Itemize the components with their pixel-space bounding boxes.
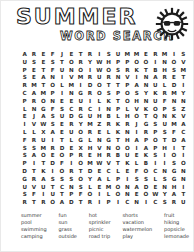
grid-cell: B: [113, 152, 122, 160]
grid-cell: U: [151, 98, 160, 106]
grid-cell: S: [104, 90, 113, 98]
grid-cell: F: [48, 67, 57, 75]
grid-cell: T: [113, 82, 122, 90]
grid-cell: P: [123, 59, 132, 67]
grid-cell: M: [179, 67, 188, 75]
grid-cell: T: [39, 160, 48, 168]
grid-cell: S: [76, 184, 85, 192]
grid-cell: N: [160, 113, 169, 121]
grid-cell: U: [151, 82, 160, 90]
word-column: hotsprinklerpicnicroad trip: [89, 212, 111, 240]
grid-cell: N: [123, 129, 132, 137]
grid-cell: V: [104, 160, 113, 168]
grid-cell: T: [39, 82, 48, 90]
grid-cell: I: [95, 199, 104, 207]
grid-cell: P: [113, 176, 122, 184]
grid-cell: I: [29, 160, 38, 168]
grid-cell: U: [123, 152, 132, 160]
grid-cell: A: [179, 137, 188, 145]
grid-cell: H: [132, 98, 141, 106]
grid-cell: I: [48, 168, 57, 176]
grid-cell: S: [160, 199, 169, 207]
grid-cell: B: [104, 113, 113, 121]
grid-cell: U: [57, 113, 66, 121]
grid-cell: T: [29, 168, 38, 176]
grid-cell: H: [123, 113, 132, 121]
grid-cell: D: [57, 145, 66, 153]
grid-cell: D: [169, 137, 178, 145]
grid-cell: K: [141, 152, 150, 160]
grid-cell: U: [57, 67, 66, 75]
grid-cell: O: [76, 129, 85, 137]
grid-cell: A: [20, 51, 29, 59]
grid-cell: M: [67, 82, 76, 90]
grid-cell: A: [132, 137, 141, 145]
grid-cell: E: [141, 51, 150, 59]
word-item: lemonade: [164, 233, 189, 240]
grid-cell: O: [57, 168, 66, 176]
grid-cell: A: [132, 82, 141, 90]
grid-cell: L: [104, 129, 113, 137]
grid-cell: P: [20, 98, 29, 106]
grid-cell: D: [85, 82, 94, 90]
grid-cell: S: [20, 191, 29, 199]
grid-cell: T: [57, 59, 66, 67]
grid-cell: E: [67, 51, 76, 59]
grid-cell: R: [85, 90, 94, 98]
grid-cell: P: [113, 106, 122, 114]
grid-cell: N: [141, 82, 150, 90]
grid-cell: E: [67, 145, 76, 153]
grid-cell: R: [20, 82, 29, 90]
grid-cell: U: [179, 199, 188, 207]
grid-cell: S: [48, 59, 57, 67]
grid-cell: O: [48, 82, 57, 90]
grid-cell: U: [95, 74, 104, 82]
grid-cell: N: [29, 106, 38, 114]
grid-cell: R: [160, 74, 169, 82]
grid-cell: R: [85, 74, 94, 82]
grid-cell: A: [95, 176, 104, 184]
grid-cell: N: [104, 145, 113, 153]
grid-cell: S: [57, 176, 66, 184]
grid-cell: F: [20, 137, 29, 145]
grid-cell: E: [39, 59, 48, 67]
grid-cell: A: [29, 152, 38, 160]
grid-cell: K: [123, 160, 132, 168]
grid-cell: T: [113, 160, 122, 168]
grid-cell: D: [20, 168, 29, 176]
grid-cell: L: [104, 191, 113, 199]
grid-cell: M: [76, 74, 85, 82]
grid-cell: N: [141, 98, 150, 106]
grid-cell: O: [76, 176, 85, 184]
grid-cell: O: [141, 59, 150, 67]
grid-cell: T: [57, 191, 66, 199]
grid-cell: S: [104, 51, 113, 59]
grid-cell: I: [169, 51, 178, 59]
grid-cell: O: [141, 191, 150, 199]
grid-cell: N: [67, 67, 76, 75]
grid-cell: I: [85, 98, 94, 106]
grid-cell: I: [95, 51, 104, 59]
grid-cell: M: [104, 184, 113, 192]
grid-cell: E: [39, 51, 48, 59]
word-item: sun: [58, 219, 76, 226]
word-item: grass: [58, 226, 76, 233]
grid-cell: E: [95, 184, 104, 192]
grid-cell: O: [85, 191, 94, 199]
grid-cell: N: [67, 90, 76, 98]
grid-cell: H: [104, 59, 113, 67]
grid-cell: P: [141, 137, 150, 145]
grid-cell: S: [20, 145, 29, 153]
grid-cell: S: [48, 113, 57, 121]
grid-cell: P: [67, 152, 76, 160]
grid-cell: R: [76, 59, 85, 67]
grid-cell: K: [113, 121, 122, 129]
grid-cell: O: [104, 67, 113, 75]
grid-cell: Q: [151, 113, 160, 121]
grid-cell: S: [169, 160, 178, 168]
word-item: summer: [21, 212, 47, 219]
grid-cell: J: [57, 51, 66, 59]
grid-cell: R: [76, 106, 85, 114]
grid-cell: R: [48, 145, 57, 153]
grid-cell: A: [39, 113, 48, 121]
grid-cell: S: [20, 152, 29, 160]
grid-cell: T: [104, 82, 113, 90]
grid-cell: R: [104, 74, 113, 82]
grid-cell: E: [20, 113, 29, 121]
word-item: fun: [58, 212, 76, 219]
grid-cell: S: [151, 152, 160, 160]
letter-grid: AREFJETRISUMMERMISUSESTORYWHPPOOINOVPETF…: [20, 51, 188, 207]
grid-cell: J: [132, 121, 141, 129]
grid-cell: L: [151, 176, 160, 184]
grid-cell: I: [132, 129, 141, 137]
grid-cell: M: [39, 145, 48, 153]
grid-cell: R: [67, 168, 76, 176]
word-item: popsicle: [164, 226, 189, 233]
grid-cell: I: [151, 59, 160, 67]
grid-cell: T: [179, 145, 188, 153]
grid-cell: P: [151, 145, 160, 153]
grid-cell: N: [67, 184, 76, 192]
grid-cell: S: [57, 106, 66, 114]
grid-cell: S: [113, 67, 122, 75]
grid-cell: R: [67, 121, 76, 129]
grid-cell: R: [141, 129, 150, 137]
grid-cell: O: [67, 59, 76, 67]
grid-cell: M: [169, 121, 178, 129]
grid-cell: F: [48, 106, 57, 114]
grid-cell: O: [141, 168, 150, 176]
grid-cell: C: [57, 184, 66, 192]
grid-cell: O: [132, 113, 141, 121]
grid-cell: B: [151, 67, 160, 75]
grid-cell: E: [132, 191, 141, 199]
grid-cell: U: [76, 98, 85, 106]
grid-cell: N: [160, 168, 169, 176]
grid-cell: L: [67, 137, 76, 145]
grid-cell: T: [76, 199, 85, 207]
grid-cell: I: [76, 82, 85, 90]
grid-cell: A: [141, 145, 150, 153]
grid-cell: V: [123, 74, 132, 82]
grid-cell: O: [39, 152, 48, 160]
grid-cell: G: [76, 113, 85, 121]
grid-cell: R: [169, 199, 178, 207]
grid-cell: X: [39, 129, 48, 137]
grid-cell: O: [169, 59, 178, 67]
grid-cell: V: [179, 113, 188, 121]
grid-cell: Y: [179, 90, 188, 98]
word-column: shortsvacationwatermelonplay: [122, 212, 152, 240]
grid-cell: C: [151, 168, 160, 176]
grid-cell: G: [20, 176, 29, 184]
grid-cell: P: [104, 199, 113, 207]
grid-cell: R: [104, 121, 113, 129]
grid-cell: L: [85, 137, 94, 145]
grid-cell: N: [132, 199, 141, 207]
grid-cell: V: [95, 145, 104, 153]
grid-cell: W: [95, 160, 104, 168]
sun-with-sunglasses-icon: [155, 7, 189, 41]
grid-cell: Y: [85, 59, 94, 67]
grid-cell: I: [57, 74, 66, 82]
grid-cell: N: [123, 184, 132, 192]
grid-cell: F: [57, 160, 66, 168]
grid-cell: L: [29, 129, 38, 137]
grid-cell: S: [48, 121, 57, 129]
grid-cell: M: [123, 51, 132, 59]
grid-cell: O: [57, 152, 66, 160]
word-item: picnic: [89, 226, 111, 233]
word-item: hiking: [164, 219, 189, 226]
grid-cell: M: [85, 160, 94, 168]
grid-cell: I: [67, 160, 76, 168]
grid-cell: R: [160, 90, 169, 98]
grid-cell: A: [48, 129, 57, 137]
grid-cell: S: [160, 176, 169, 184]
grid-cell: L: [95, 98, 104, 106]
grid-cell: C: [179, 129, 188, 137]
grid-cell: E: [95, 129, 104, 137]
grid-cell: T: [113, 98, 122, 106]
grid-cell: M: [160, 51, 169, 59]
word-item: swimming: [21, 226, 47, 233]
grid-cell: P: [151, 129, 160, 137]
grid-cell: R: [151, 51, 160, 59]
grid-cell: N: [123, 191, 132, 199]
word-item: play: [122, 233, 152, 240]
grid-cell: P: [123, 82, 132, 90]
grid-cell: I: [20, 121, 29, 129]
grid-cell: D: [67, 199, 76, 207]
grid-cell: I: [169, 145, 178, 153]
grid-cell: F: [29, 191, 38, 199]
grid-cell: E: [48, 152, 57, 160]
grid-cell: E: [85, 152, 94, 160]
grid-cell: L: [20, 106, 29, 114]
grid-cell: T: [179, 191, 188, 199]
grid-cell: K: [151, 90, 160, 98]
grid-cell: C: [85, 106, 94, 114]
grid-cell: O: [48, 199, 57, 207]
grid-cell: O: [113, 145, 122, 153]
grid-cell: S: [48, 176, 57, 184]
grid-cell: I: [95, 191, 104, 199]
grid-cell: R: [123, 67, 132, 75]
grid-cell: X: [76, 145, 85, 153]
grid-cell: F: [169, 129, 178, 137]
grid-cell: T: [179, 74, 188, 82]
grid-cell: R: [29, 176, 38, 184]
grid-cell: E: [57, 129, 66, 137]
page-title: SUMMER: [16, 6, 137, 28]
grid-cell: O: [39, 98, 48, 106]
grid-cell: U: [113, 51, 122, 59]
grid-cell: P: [113, 90, 122, 98]
grid-cell: F: [132, 168, 141, 176]
grid-cell: A: [169, 191, 178, 199]
word-list: summerpoolswimmingcampingfunsungrassouts…: [21, 212, 189, 240]
grid-cell: N: [160, 59, 169, 67]
grid-cell: S: [179, 51, 188, 59]
grid-cell: K: [169, 113, 178, 121]
grid-cell: R: [104, 152, 113, 160]
grid-cell: F: [76, 191, 85, 199]
grid-cell: I: [57, 90, 66, 98]
grid-cell: U: [48, 191, 57, 199]
word-item: pool: [21, 219, 47, 226]
grid-cell: N: [48, 74, 57, 82]
grid-cell: S: [169, 106, 178, 114]
grid-cell: U: [67, 129, 76, 137]
grid-cell: Z: [179, 106, 188, 114]
grid-cell: I: [179, 184, 188, 192]
grid-cell: T: [39, 67, 48, 75]
grid-cell: D: [67, 113, 76, 121]
grid-cell: L: [123, 106, 132, 114]
grid-cell: V: [29, 184, 38, 192]
grid-cell: N: [160, 184, 169, 192]
grid-cell: I: [132, 145, 141, 153]
grid-cell: O: [123, 90, 132, 98]
grid-cell: H: [160, 145, 169, 153]
grid-cell: O: [151, 137, 160, 145]
grid-cell: R: [29, 137, 38, 145]
grid-cell: V: [132, 106, 141, 114]
word-item: hot: [89, 212, 111, 219]
grid-cell: W: [151, 191, 160, 199]
grid-cell: B: [141, 160, 150, 168]
grid-cell: P: [67, 191, 76, 199]
grid-cell: D: [85, 168, 94, 176]
grid-cell: K: [113, 129, 122, 137]
grid-cell: G: [39, 106, 48, 114]
grid-cell: R: [85, 199, 94, 207]
word-item: fruit: [164, 212, 189, 219]
grid-cell: A: [179, 121, 188, 129]
grid-cell: I: [39, 191, 48, 199]
grid-cell: A: [39, 74, 48, 82]
grid-cell: I: [95, 106, 104, 114]
grid-cell: G: [169, 176, 178, 184]
grid-cell: L: [160, 82, 169, 90]
grid-cell: I: [151, 160, 160, 168]
grid-cell: U: [85, 113, 94, 121]
grid-cell: K: [39, 168, 48, 176]
grid-cell: P: [20, 67, 29, 75]
grid-cell: R: [123, 121, 132, 129]
grid-cell: E: [67, 98, 76, 106]
grid-cell: E: [57, 98, 66, 106]
grid-cell: C: [67, 106, 76, 114]
grid-cell: C: [151, 199, 160, 207]
grid-cell: S: [151, 121, 160, 129]
grid-cell: Y: [76, 121, 85, 129]
grid-cell: N: [113, 74, 122, 82]
grid-cell: L: [20, 129, 29, 137]
grid-cell: N: [48, 98, 57, 106]
grid-cell: F: [48, 51, 57, 59]
grid-cell: C: [20, 90, 29, 98]
grid-cell: L: [85, 184, 94, 192]
grid-cell: U: [39, 184, 48, 192]
word-column: summerpoolswimmingcamping: [21, 212, 47, 240]
grid-cell: R: [85, 129, 94, 137]
grid-cell: S: [169, 67, 178, 75]
grid-cell: T: [141, 113, 150, 121]
grid-cell: P: [160, 106, 169, 114]
grid-cell: O: [132, 59, 141, 67]
grid-cell: O: [179, 160, 188, 168]
grid-cell: I: [132, 74, 141, 82]
grid-cell: I: [85, 67, 94, 75]
grid-cell: O: [113, 184, 122, 192]
word-item: outside: [58, 233, 76, 240]
grid-cell: S: [29, 145, 38, 153]
grid-cell: O: [95, 90, 104, 98]
grid-cell: R: [76, 152, 85, 160]
grid-cell: U: [39, 137, 48, 145]
grid-cell: Z: [95, 121, 104, 129]
word-search-page: { "game": "word-search", "title": { "lin…: [0, 0, 194, 252]
grid-cell: E: [169, 74, 178, 82]
grid-cell: S: [132, 176, 141, 184]
grid-cell: A: [132, 184, 141, 192]
grid-cell: L: [57, 82, 66, 90]
grid-cell: P: [48, 90, 57, 98]
grid-cell: M: [85, 121, 94, 129]
grid-cell: K: [132, 67, 141, 75]
grid-cell: U: [160, 121, 169, 129]
header: SUMMER WORD SEARCH: [0, 0, 194, 50]
grid-cell: I: [160, 160, 169, 168]
grid-cell: W: [95, 67, 104, 75]
grid-cell: O: [76, 67, 85, 75]
grid-cell: M: [169, 90, 178, 98]
grid-cell: S: [160, 129, 169, 137]
grid-cell: E: [57, 121, 66, 129]
grid-cell: E: [95, 168, 104, 176]
grid-cell: R: [20, 199, 29, 207]
grid-cell: N: [179, 98, 188, 106]
grid-cell: I: [123, 176, 132, 184]
grid-cell: K: [141, 106, 150, 114]
